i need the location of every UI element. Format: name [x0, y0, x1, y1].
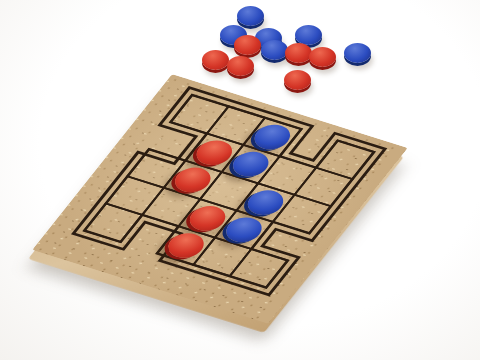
scattered-red-disc[interactable] — [285, 43, 312, 63]
scattered-blue-disc[interactable] — [237, 6, 264, 26]
scene — [0, 0, 480, 360]
scattered-red-disc[interactable] — [284, 70, 311, 90]
game-board — [32, 74, 408, 324]
scattered-red-disc[interactable] — [234, 35, 261, 55]
scattered-blue-disc[interactable] — [344, 43, 371, 63]
scattered-red-disc[interactable] — [202, 50, 229, 70]
scattered-red-disc[interactable] — [227, 56, 254, 76]
scattered-blue-disc[interactable] — [261, 40, 288, 60]
board-pattern — [32, 74, 408, 324]
scattered-blue-disc[interactable] — [295, 25, 322, 45]
scattered-red-disc[interactable] — [309, 47, 336, 67]
